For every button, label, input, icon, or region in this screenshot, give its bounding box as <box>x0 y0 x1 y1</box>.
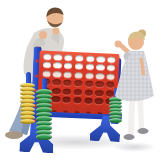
empty-slot <box>64 54 73 60</box>
board-cell-b5[interactable] <box>53 62 63 70</box>
board-cell-f4[interactable] <box>95 72 105 80</box>
board-cell-c4[interactable] <box>63 71 73 79</box>
board-cell-c5[interactable] <box>63 62 73 70</box>
board-cell-a5[interactable] <box>42 61 52 69</box>
girl-fist <box>115 41 122 48</box>
empty-slot <box>74 89 83 95</box>
empty-slot <box>63 88 72 94</box>
board-cell-d3[interactable] <box>73 80 83 88</box>
board-cell-e4[interactable] <box>84 71 94 79</box>
empty-slot <box>63 80 72 86</box>
girl-shoe-front <box>124 134 135 140</box>
board-cell-e6[interactable] <box>85 55 95 63</box>
board-cell-f6[interactable] <box>96 55 106 63</box>
board-cell-b2[interactable] <box>51 87 61 95</box>
board-cell-b3[interactable] <box>52 79 62 87</box>
yellow-disc <box>20 119 35 124</box>
board-cell-f3[interactable] <box>95 80 105 88</box>
board-cell-c3[interactable] <box>63 79 73 87</box>
empty-slot <box>74 80 83 86</box>
empty-slot <box>75 55 84 61</box>
board-cell-d4[interactable] <box>74 71 84 79</box>
empty-slot <box>53 71 62 77</box>
empty-slot <box>86 55 95 61</box>
empty-slot <box>43 53 52 59</box>
empty-slot <box>53 79 62 85</box>
girl-leg-front <box>128 98 135 134</box>
man-fist-left <box>39 31 47 39</box>
board-cell-c1[interactable] <box>62 96 72 104</box>
board-cell-d1[interactable] <box>72 97 82 105</box>
empty-slot <box>95 98 104 104</box>
empty-slot <box>96 73 105 79</box>
girl-shoe-back <box>138 128 149 134</box>
board-cell-d5[interactable] <box>74 63 84 71</box>
board-cell-b4[interactable] <box>52 70 62 78</box>
empty-slot <box>42 70 51 76</box>
board-cell-e1[interactable] <box>83 97 93 105</box>
board-cell-d6[interactable] <box>74 54 84 62</box>
empty-slot <box>52 88 61 94</box>
board-cell-e3[interactable] <box>84 80 94 88</box>
girl-dress <box>115 51 154 101</box>
board-cell-f2[interactable] <box>94 89 104 97</box>
giant-connect-four-scene <box>0 0 160 160</box>
empty-slot <box>73 97 82 103</box>
girl-figure <box>108 28 160 156</box>
board-cell-a6[interactable] <box>42 53 52 61</box>
board-cell-a4[interactable] <box>41 70 51 78</box>
empty-slot <box>85 81 94 87</box>
man-shoe <box>5 131 23 139</box>
empty-slot <box>75 63 84 69</box>
empty-slot <box>95 81 104 87</box>
man-fist-right <box>52 27 59 34</box>
empty-slot <box>62 97 71 103</box>
board-cell-c2[interactable] <box>62 88 72 96</box>
board-cell-f1[interactable] <box>94 97 104 105</box>
empty-slot <box>95 90 104 96</box>
empty-slot <box>64 63 73 69</box>
board-cell-f5[interactable] <box>95 63 105 71</box>
empty-slot <box>74 72 83 78</box>
girl-leg-back <box>137 98 144 129</box>
disc-stack-yellow[interactable] <box>20 84 35 124</box>
board-cell-c6[interactable] <box>64 54 74 62</box>
empty-slot <box>53 62 62 68</box>
empty-slot <box>54 54 63 60</box>
empty-slot <box>84 89 93 95</box>
empty-slot <box>96 64 105 70</box>
green-disc <box>36 134 52 140</box>
empty-slot <box>84 98 93 104</box>
empty-slot <box>64 71 73 77</box>
disc-stack-green-left[interactable] <box>36 90 52 140</box>
empty-slot <box>43 62 52 68</box>
empty-slot <box>96 56 105 62</box>
empty-slot <box>52 96 61 102</box>
board-cell-e2[interactable] <box>84 88 94 96</box>
board-cell-d2[interactable] <box>73 88 83 96</box>
board-cell-b1[interactable] <box>51 96 61 104</box>
empty-slot <box>85 64 94 70</box>
empty-slot <box>85 72 94 78</box>
board-cell-e5[interactable] <box>85 63 95 71</box>
board-cell-b6[interactable] <box>53 53 63 61</box>
